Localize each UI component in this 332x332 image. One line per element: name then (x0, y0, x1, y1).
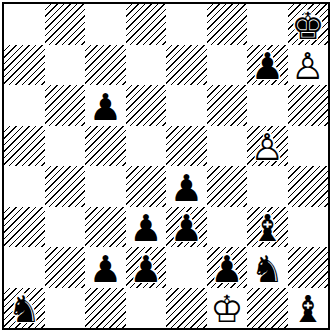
square-h8[interactable]: ♚ (288, 4, 329, 45)
black-knight-piece: ♞ (4, 289, 45, 330)
black-bishop-piece: ♝ (247, 208, 288, 249)
square-c7[interactable] (85, 45, 126, 86)
square-b1[interactable] (45, 288, 86, 329)
chess-board: ♚♟♟♙♟♟♙♟♟♟♝♟♟♟♞♞♚♔♝ (2, 2, 330, 330)
square-c8[interactable] (85, 4, 126, 45)
black-king-piece: ♚ (288, 6, 329, 47)
square-a4[interactable] (4, 166, 45, 207)
square-h2[interactable] (288, 247, 329, 288)
white-piece-outline-layer: ♙ (247, 127, 288, 168)
black-pawn-piece: ♟ (126, 208, 167, 249)
square-d4[interactable] (126, 166, 167, 207)
square-f5[interactable] (207, 126, 248, 167)
black-pawn-piece: ♟ (207, 249, 248, 290)
square-c1[interactable] (85, 288, 126, 329)
square-a2[interactable] (4, 247, 45, 288)
square-h5[interactable] (288, 126, 329, 167)
square-a1[interactable]: ♞ (4, 288, 45, 329)
square-c4[interactable] (85, 166, 126, 207)
square-e1[interactable] (166, 288, 207, 329)
square-f1[interactable]: ♚♔ (207, 288, 248, 329)
square-g3[interactable]: ♝ (247, 207, 288, 248)
square-c5[interactable] (85, 126, 126, 167)
square-f7[interactable] (207, 45, 248, 86)
square-d1[interactable] (126, 288, 167, 329)
square-a8[interactable] (4, 4, 45, 45)
square-d7[interactable] (126, 45, 167, 86)
square-a5[interactable] (4, 126, 45, 167)
square-a7[interactable] (4, 45, 45, 86)
square-e5[interactable] (166, 126, 207, 167)
square-b8[interactable] (45, 4, 86, 45)
square-d6[interactable] (126, 85, 167, 126)
black-pawn-piece: ♟ (85, 249, 126, 290)
square-b3[interactable] (45, 207, 86, 248)
square-c6[interactable]: ♟ (85, 85, 126, 126)
square-e3[interactable]: ♟ (166, 207, 207, 248)
square-b7[interactable] (45, 45, 86, 86)
black-bishop-piece: ♝ (288, 289, 329, 330)
chess-diagram: ♚♟♟♙♟♟♙♟♟♟♝♟♟♟♞♞♚♔♝ (0, 0, 332, 332)
square-f8[interactable] (207, 4, 248, 45)
square-e6[interactable] (166, 85, 207, 126)
square-g8[interactable] (247, 4, 288, 45)
square-b6[interactable] (45, 85, 86, 126)
white-piece-outline-layer: ♔ (207, 289, 248, 330)
square-d8[interactable] (126, 4, 167, 45)
square-d5[interactable] (126, 126, 167, 167)
square-b2[interactable] (45, 247, 86, 288)
square-e7[interactable] (166, 45, 207, 86)
square-g5[interactable]: ♟♙ (247, 126, 288, 167)
black-pawn-piece: ♟ (166, 208, 207, 249)
square-d3[interactable]: ♟ (126, 207, 167, 248)
white-pawn-piece: ♟♙ (247, 127, 288, 168)
square-e8[interactable] (166, 4, 207, 45)
square-e4[interactable]: ♟ (166, 166, 207, 207)
square-d2[interactable]: ♟ (126, 247, 167, 288)
square-a6[interactable] (4, 85, 45, 126)
square-a3[interactable] (4, 207, 45, 248)
square-b4[interactable] (45, 166, 86, 207)
square-f6[interactable] (207, 85, 248, 126)
square-g7[interactable]: ♟ (247, 45, 288, 86)
white-piece-outline-layer: ♙ (288, 46, 329, 87)
square-c3[interactable] (85, 207, 126, 248)
black-pawn-piece: ♟ (166, 168, 207, 209)
black-knight-piece: ♞ (247, 249, 288, 290)
square-f4[interactable] (207, 166, 248, 207)
square-g6[interactable] (247, 85, 288, 126)
square-h1[interactable]: ♝ (288, 288, 329, 329)
black-pawn-piece: ♟ (126, 249, 167, 290)
white-king-piece: ♚♔ (207, 289, 248, 330)
square-e2[interactable] (166, 247, 207, 288)
square-h3[interactable] (288, 207, 329, 248)
square-g1[interactable] (247, 288, 288, 329)
square-h7[interactable]: ♟♙ (288, 45, 329, 86)
square-c2[interactable]: ♟ (85, 247, 126, 288)
square-f3[interactable] (207, 207, 248, 248)
black-pawn-piece: ♟ (85, 87, 126, 128)
square-f2[interactable]: ♟ (207, 247, 248, 288)
square-g2[interactable]: ♞ (247, 247, 288, 288)
black-pawn-piece: ♟ (247, 46, 288, 87)
square-b5[interactable] (45, 126, 86, 167)
square-g4[interactable] (247, 166, 288, 207)
white-pawn-piece: ♟♙ (288, 46, 329, 87)
square-h6[interactable] (288, 85, 329, 126)
square-h4[interactable] (288, 166, 329, 207)
